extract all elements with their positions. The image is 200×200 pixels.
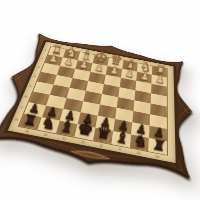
file-label: G bbox=[137, 150, 141, 155]
file-label: B bbox=[44, 132, 49, 137]
square-c5[interactable] bbox=[117, 97, 135, 111]
rank-label: 2 bbox=[41, 56, 45, 59]
rank-label: 4 bbox=[33, 74, 37, 77]
piece-black-bishop[interactable]: ♝ bbox=[56, 117, 78, 136]
piece-black-bishop[interactable]: ♝ bbox=[112, 128, 133, 147]
square-c8[interactable]: ♝ bbox=[111, 131, 131, 148]
chess-set: ♜♞♝♚♛♝♞♜♟♟♟♟♟♟♟♟♟♟♟♟♟♟♟♟♜♞♝♚♛♝♞♜ ABCDEFG… bbox=[0, 28, 200, 190]
square-a5[interactable] bbox=[150, 103, 167, 117]
file-label: C bbox=[62, 136, 67, 141]
board-tilt-wrapper: ♜♞♝♚♛♝♞♜♟♟♟♟♟♟♟♟♟♟♟♟♟♟♟♟♜♞♝♚♛♝♞♜ ABCDEFG… bbox=[0, 0, 200, 200]
file-label: E bbox=[100, 143, 104, 148]
rank-label: 1 bbox=[44, 48, 47, 51]
piece-black-rook[interactable]: ♜ bbox=[148, 136, 169, 154]
square-a8[interactable]: ♜ bbox=[148, 138, 166, 155]
square-b8[interactable]: ♞ bbox=[130, 135, 149, 152]
file-label: H bbox=[156, 154, 160, 159]
file-label: F bbox=[119, 147, 122, 152]
perspective-wrapper: ♜♞♝♚♛♝♞♜♟♟♟♟♟♟♟♟♟♟♟♟♟♟♟♟♜♞♝♚♛♝♞♜ ABCDEFG… bbox=[0, 0, 200, 200]
file-label: A bbox=[25, 129, 30, 133]
rank-label: 3 bbox=[37, 65, 41, 68]
rank-label: 5 bbox=[29, 84, 33, 88]
square-d8[interactable]: ♛ bbox=[93, 128, 113, 144]
file-label: D bbox=[81, 139, 86, 144]
rank-label: 8 bbox=[15, 117, 20, 121]
square-f8[interactable]: ♝ bbox=[56, 121, 78, 137]
rank-label: 6 bbox=[24, 94, 28, 98]
product-photo: ♜♞♝♚♛♝♞♜♟♟♟♟♟♟♟♟♟♟♟♟♟♟♟♟♜♞♝♚♛♝♞♜ ABCDEFG… bbox=[0, 0, 200, 200]
